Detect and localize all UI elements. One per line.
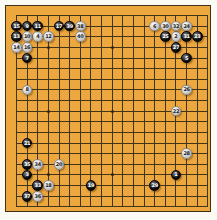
grid-line-vertical [144,15,145,207]
stone-12-D17: 12 [43,31,54,42]
star-point [111,46,114,49]
stone-10-B17: 10 [22,31,33,42]
stone-40-G17: 40 [75,31,86,42]
grid-line-vertical [197,15,198,207]
stone-36-D2: 36 [32,191,43,202]
grid-line-horizontal [16,121,208,122]
stone-39-F18: 39 [64,21,75,32]
star-point [47,110,50,113]
stone-23-S17: 23 [192,31,203,42]
stone-17-E18: 17 [54,21,65,32]
stone-2-Q17: 2 [171,31,182,42]
stone-6-O18: 6 [149,21,160,32]
stone-5-R15: 5 [181,53,192,64]
stone-19-H3: 19 [86,180,97,191]
grid-line-vertical [186,15,187,207]
stone-4-C17: 4 [32,31,43,42]
stone-21-C7: 21 [22,138,33,149]
stone-34-D5: 34 [32,159,43,170]
stone-18-E3: 18 [43,180,54,191]
star-point [111,110,114,113]
grid-line-horizontal [16,153,208,154]
stone-20-E5: 20 [54,159,65,170]
stone-32-Q18: 32 [171,21,182,32]
stone-14-A16: 14 [11,42,22,53]
stone-7-C15: 7 [22,53,33,64]
grid-line-vertical [133,15,134,207]
stone-15-A18: 15 [11,21,22,32]
grid-line-horizontal [16,196,208,197]
stone-22-Q10: 22 [171,106,182,117]
go-diagram: 1234567891011121314151617181920212223242… [0,0,217,220]
stone-3-C4: 3 [22,170,33,181]
stone-35-C5: 35 [22,159,33,170]
grid-line-horizontal [16,143,208,144]
stone-11-C18: 11 [32,21,43,32]
stone-33-D3: 33 [32,180,43,191]
stone-24-R18: 24 [181,21,192,32]
stone-38-G18: 38 [75,21,86,32]
stone-30-P18: 30 [160,21,171,32]
go-board[interactable]: 1234567891011121314151617181920212223242… [5,5,211,212]
grid-line-vertical [207,15,208,207]
star-point [47,46,50,49]
grid-line-vertical [122,15,123,207]
grid-line-vertical [154,15,155,207]
stone-1-Q4: 1 [171,170,182,181]
grid-line-vertical [165,15,166,207]
stone-29-O3: 29 [149,180,160,191]
stone-25-P17: 25 [160,31,171,42]
stone-31-R17: 31 [181,31,192,42]
stone-13-A17: 13 [11,31,22,42]
stone-28-R6: 28 [181,148,192,159]
stone-26-R12: 26 [181,85,192,96]
grid-line-horizontal [16,206,208,207]
stone-37-C2: 37 [22,191,33,202]
stone-8-C12: 8 [22,85,33,96]
star-point [47,173,50,176]
stone-27-Q16: 27 [171,42,182,53]
grid-line-horizontal [16,164,208,165]
stone-9-B18: 9 [22,21,33,32]
grid-line-horizontal [16,132,208,133]
stone-16-B16: 16 [22,42,33,53]
